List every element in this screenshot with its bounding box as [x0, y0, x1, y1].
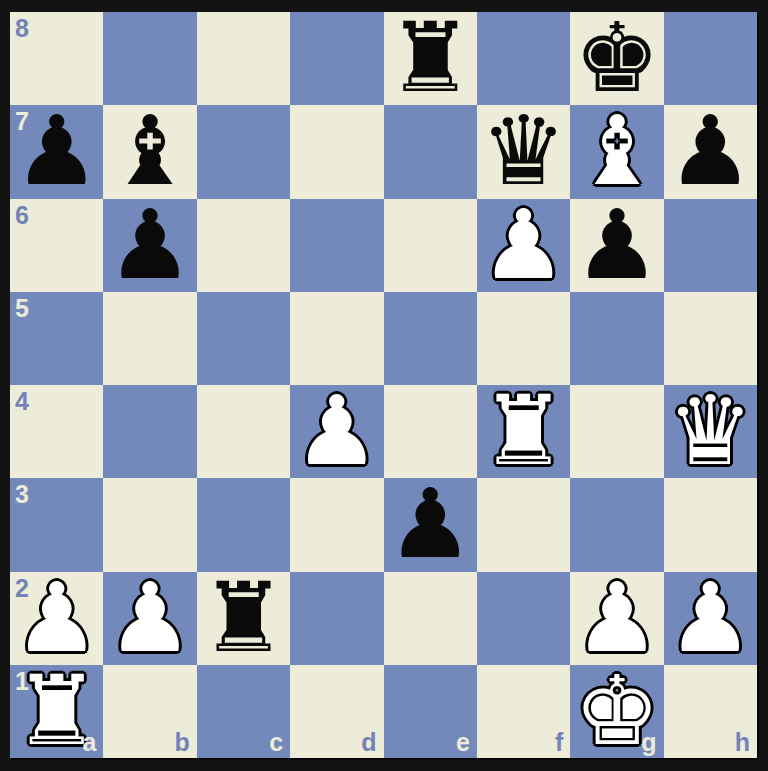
piece-white-pawn-d4[interactable]: ♟: [294, 385, 380, 478]
square-b1[interactable]: b: [103, 665, 196, 758]
square-f5[interactable]: [477, 292, 570, 385]
square-f1[interactable]: f: [477, 665, 570, 758]
square-g1[interactable]: g♚: [570, 665, 663, 758]
piece-black-queen-f7[interactable]: ♛: [481, 105, 567, 198]
piece-black-pawn-b6[interactable]: ♟: [107, 199, 193, 292]
rank-label-6: 6: [15, 203, 29, 228]
file-label-h: h: [735, 730, 750, 755]
piece-black-pawn-a7[interactable]: ♟: [14, 105, 100, 198]
square-e5[interactable]: [384, 292, 477, 385]
piece-black-rook-c2[interactable]: ♜: [200, 572, 286, 665]
square-c1[interactable]: c: [197, 665, 290, 758]
piece-black-king-g8[interactable]: ♚: [574, 12, 660, 105]
square-d5[interactable]: [290, 292, 383, 385]
square-a4[interactable]: 4: [10, 385, 103, 478]
square-b8[interactable]: [103, 12, 196, 105]
file-label-c: c: [269, 730, 283, 755]
file-label-d: d: [361, 730, 376, 755]
square-b4[interactable]: [103, 385, 196, 478]
file-label-e: e: [456, 730, 470, 755]
square-c6[interactable]: [197, 199, 290, 292]
square-d7[interactable]: [290, 105, 383, 198]
square-e1[interactable]: e: [384, 665, 477, 758]
square-h6[interactable]: [664, 199, 757, 292]
square-d2[interactable]: [290, 572, 383, 665]
square-d3[interactable]: [290, 478, 383, 571]
square-a3[interactable]: 3: [10, 478, 103, 571]
square-f4[interactable]: ♜: [477, 385, 570, 478]
piece-white-pawn-b2[interactable]: ♟: [107, 572, 193, 665]
piece-white-rook-f4[interactable]: ♜: [481, 385, 567, 478]
rank-label-8: 8: [15, 16, 29, 41]
square-h8[interactable]: [664, 12, 757, 105]
square-b3[interactable]: [103, 478, 196, 571]
rank-label-4: 4: [15, 389, 29, 414]
square-f6[interactable]: ♟: [477, 199, 570, 292]
square-h7[interactable]: ♟: [664, 105, 757, 198]
piece-white-queen-h4[interactable]: ♛: [667, 385, 753, 478]
chess-board: 8♜♚7♟♝♛♝♟6♟♟♟54♟♜♛3♟2♟♟♜♟♟1a♜bcdefg♚h: [10, 12, 757, 758]
square-a6[interactable]: 6: [10, 199, 103, 292]
piece-white-pawn-a2[interactable]: ♟: [14, 572, 100, 665]
square-g3[interactable]: [570, 478, 663, 571]
square-a7[interactable]: 7♟: [10, 105, 103, 198]
piece-black-bishop-b7[interactable]: ♝: [107, 105, 193, 198]
square-g5[interactable]: [570, 292, 663, 385]
piece-white-pawn-g2[interactable]: ♟: [574, 572, 660, 665]
square-d4[interactable]: ♟: [290, 385, 383, 478]
square-c2[interactable]: ♜: [197, 572, 290, 665]
square-e4[interactable]: [384, 385, 477, 478]
square-a1[interactable]: 1a♜: [10, 665, 103, 758]
square-f3[interactable]: [477, 478, 570, 571]
square-e6[interactable]: [384, 199, 477, 292]
square-f8[interactable]: [477, 12, 570, 105]
square-e7[interactable]: [384, 105, 477, 198]
square-e8[interactable]: ♜: [384, 12, 477, 105]
square-h1[interactable]: h: [664, 665, 757, 758]
square-f2[interactable]: [477, 572, 570, 665]
square-b7[interactable]: ♝: [103, 105, 196, 198]
square-g2[interactable]: ♟: [570, 572, 663, 665]
file-label-b: b: [174, 730, 189, 755]
square-c3[interactable]: [197, 478, 290, 571]
rank-label-5: 5: [15, 296, 29, 321]
piece-black-rook-e8[interactable]: ♜: [387, 12, 473, 105]
piece-white-pawn-h2[interactable]: ♟: [667, 572, 753, 665]
square-g8[interactable]: ♚: [570, 12, 663, 105]
square-c4[interactable]: [197, 385, 290, 478]
piece-black-pawn-h7[interactable]: ♟: [667, 105, 753, 198]
file-label-f: f: [555, 730, 563, 755]
square-a2[interactable]: 2♟: [10, 572, 103, 665]
square-g6[interactable]: ♟: [570, 199, 663, 292]
square-c8[interactable]: [197, 12, 290, 105]
square-d6[interactable]: [290, 199, 383, 292]
square-g7[interactable]: ♝: [570, 105, 663, 198]
square-d8[interactable]: [290, 12, 383, 105]
piece-white-pawn-f6[interactable]: ♟: [481, 199, 567, 292]
piece-black-pawn-e3[interactable]: ♟: [387, 478, 473, 571]
square-a5[interactable]: 5: [10, 292, 103, 385]
square-e3[interactable]: ♟: [384, 478, 477, 571]
square-c7[interactable]: [197, 105, 290, 198]
piece-white-rook-a1[interactable]: ♜: [14, 665, 100, 758]
piece-black-pawn-g6[interactable]: ♟: [574, 199, 660, 292]
square-h5[interactable]: [664, 292, 757, 385]
square-b6[interactable]: ♟: [103, 199, 196, 292]
square-c5[interactable]: [197, 292, 290, 385]
square-a8[interactable]: 8: [10, 12, 103, 105]
square-h3[interactable]: [664, 478, 757, 571]
square-d1[interactable]: d: [290, 665, 383, 758]
square-e2[interactable]: [384, 572, 477, 665]
square-h4[interactable]: ♛: [664, 385, 757, 478]
square-g4[interactable]: [570, 385, 663, 478]
square-h2[interactable]: ♟: [664, 572, 757, 665]
square-f7[interactable]: ♛: [477, 105, 570, 198]
square-b2[interactable]: ♟: [103, 572, 196, 665]
piece-white-king-g1[interactable]: ♚: [574, 665, 660, 758]
piece-white-bishop-g7[interactable]: ♝: [574, 105, 660, 198]
rank-label-3: 3: [15, 482, 29, 507]
square-b5[interactable]: [103, 292, 196, 385]
